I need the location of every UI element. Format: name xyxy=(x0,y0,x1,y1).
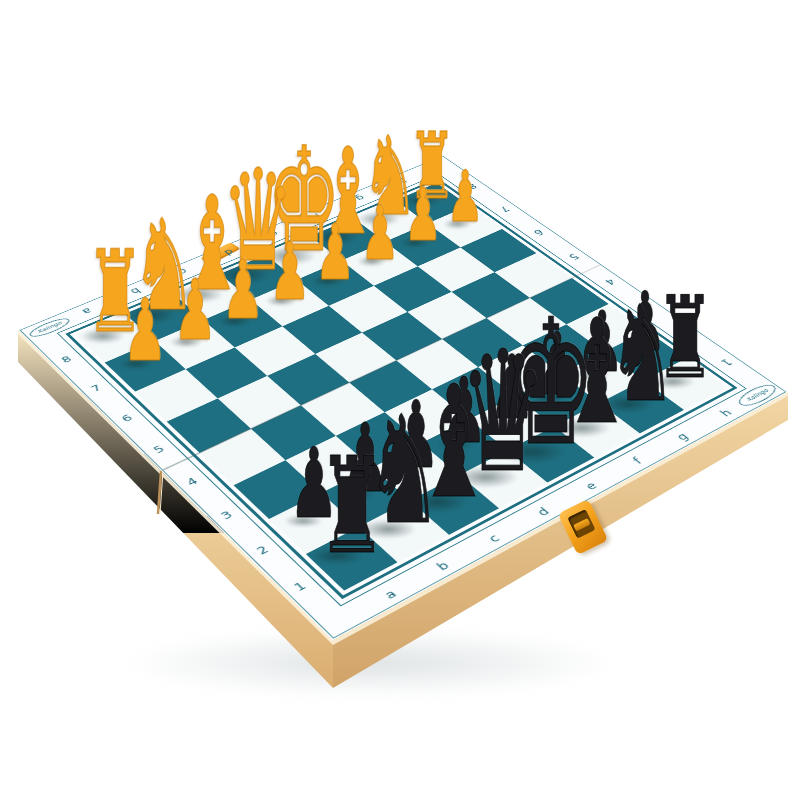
coord-label-7: 7 xyxy=(498,205,512,213)
coord-label-a: a xyxy=(381,587,398,600)
coord-label-5: 5 xyxy=(150,443,166,454)
coord-label-4: 4 xyxy=(183,475,199,487)
coord-label-2: 2 xyxy=(678,330,694,340)
coord-label-2: 2 xyxy=(253,543,270,556)
coord-label-c: c xyxy=(176,267,189,275)
coord-label-8: 8 xyxy=(465,182,479,190)
coord-label-a: a xyxy=(80,307,94,316)
coord-label-b: b xyxy=(434,559,451,572)
coord-label-3: 3 xyxy=(640,303,655,312)
coord-label-f: f xyxy=(630,456,644,466)
coord-label-g: g xyxy=(673,431,690,442)
coord-label-1: 1 xyxy=(718,357,734,367)
coord-label-f: f xyxy=(312,212,323,219)
coord-label-h: h xyxy=(395,177,408,185)
coord-label-d: d xyxy=(534,505,551,517)
coord-label-4: 4 xyxy=(602,277,617,286)
coord-label-5: 5 xyxy=(566,252,581,261)
coord-label-7: 7 xyxy=(88,382,103,392)
coord-label-c: c xyxy=(485,532,501,544)
coord-label-6: 6 xyxy=(531,228,545,236)
coord-label-b: b xyxy=(128,287,142,296)
chess-set-photo: Xalingo Xalingo aabbccddeeffgghh88776655… xyxy=(0,0,800,800)
coord-label-8: 8 xyxy=(59,354,74,364)
coord-label-1: 1 xyxy=(291,579,308,592)
coord-label-g: g xyxy=(353,194,367,202)
coord-label-e: e xyxy=(582,480,599,491)
coord-label-3: 3 xyxy=(218,508,234,520)
coord-label-6: 6 xyxy=(119,412,134,423)
coord-label-h: h xyxy=(717,407,733,418)
coord-label-e: e xyxy=(267,230,281,238)
